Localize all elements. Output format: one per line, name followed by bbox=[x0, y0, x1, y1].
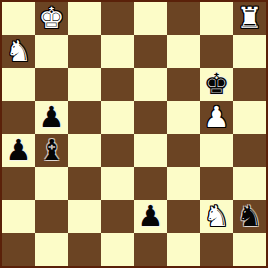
square-d6[interactable] bbox=[101, 68, 134, 101]
square-a7[interactable]: ♞ bbox=[2, 35, 35, 68]
square-h6[interactable] bbox=[233, 68, 266, 101]
square-f1[interactable] bbox=[167, 233, 200, 266]
square-b1[interactable] bbox=[35, 233, 68, 266]
square-h7[interactable] bbox=[233, 35, 266, 68]
square-b2[interactable] bbox=[35, 200, 68, 233]
square-f8[interactable] bbox=[167, 2, 200, 35]
square-a4[interactable]: ♟ bbox=[2, 134, 35, 167]
square-g2[interactable]: ♞ bbox=[200, 200, 233, 233]
square-g5[interactable]: ♟ bbox=[200, 101, 233, 134]
square-b3[interactable] bbox=[35, 167, 68, 200]
square-h8[interactable]: ♜ bbox=[233, 2, 266, 35]
square-g3[interactable] bbox=[200, 167, 233, 200]
chess-board-frame: ♚♜♞♚♟♟♟♝♟♞♞ bbox=[0, 0, 268, 268]
square-h5[interactable] bbox=[233, 101, 266, 134]
square-d4[interactable] bbox=[101, 134, 134, 167]
square-e1[interactable] bbox=[134, 233, 167, 266]
square-a1[interactable] bbox=[2, 233, 35, 266]
white-knight[interactable]: ♞ bbox=[204, 200, 230, 233]
square-g1[interactable] bbox=[200, 233, 233, 266]
black-king[interactable]: ♚ bbox=[204, 68, 230, 101]
square-f5[interactable] bbox=[167, 101, 200, 134]
square-b5[interactable]: ♟ bbox=[35, 101, 68, 134]
square-f7[interactable] bbox=[167, 35, 200, 68]
white-rook[interactable]: ♜ bbox=[237, 2, 263, 35]
chess-board: ♚♜♞♚♟♟♟♝♟♞♞ bbox=[2, 2, 266, 266]
black-pawn[interactable]: ♟ bbox=[138, 200, 164, 233]
square-a8[interactable] bbox=[2, 2, 35, 35]
square-f6[interactable] bbox=[167, 68, 200, 101]
square-h2[interactable]: ♞ bbox=[233, 200, 266, 233]
square-f2[interactable] bbox=[167, 200, 200, 233]
square-g7[interactable] bbox=[200, 35, 233, 68]
black-pawn[interactable]: ♟ bbox=[6, 134, 32, 167]
square-e4[interactable] bbox=[134, 134, 167, 167]
square-f4[interactable] bbox=[167, 134, 200, 167]
square-e6[interactable] bbox=[134, 68, 167, 101]
square-d2[interactable] bbox=[101, 200, 134, 233]
square-c8[interactable] bbox=[68, 2, 101, 35]
square-f3[interactable] bbox=[167, 167, 200, 200]
square-g4[interactable] bbox=[200, 134, 233, 167]
square-g6[interactable]: ♚ bbox=[200, 68, 233, 101]
square-a6[interactable] bbox=[2, 68, 35, 101]
square-c2[interactable] bbox=[68, 200, 101, 233]
square-h1[interactable] bbox=[233, 233, 266, 266]
square-b8[interactable]: ♚ bbox=[35, 2, 68, 35]
square-h4[interactable] bbox=[233, 134, 266, 167]
square-d3[interactable] bbox=[101, 167, 134, 200]
square-a5[interactable] bbox=[2, 101, 35, 134]
square-e3[interactable] bbox=[134, 167, 167, 200]
square-b4[interactable]: ♝ bbox=[35, 134, 68, 167]
square-b7[interactable] bbox=[35, 35, 68, 68]
square-e7[interactable] bbox=[134, 35, 167, 68]
square-b6[interactable] bbox=[35, 68, 68, 101]
square-e5[interactable] bbox=[134, 101, 167, 134]
square-c3[interactable] bbox=[68, 167, 101, 200]
white-pawn[interactable]: ♟ bbox=[204, 101, 230, 134]
square-c5[interactable] bbox=[68, 101, 101, 134]
square-e8[interactable] bbox=[134, 2, 167, 35]
square-c4[interactable] bbox=[68, 134, 101, 167]
square-e2[interactable]: ♟ bbox=[134, 200, 167, 233]
square-d1[interactable] bbox=[101, 233, 134, 266]
square-c7[interactable] bbox=[68, 35, 101, 68]
square-g8[interactable] bbox=[200, 2, 233, 35]
white-knight[interactable]: ♞ bbox=[6, 35, 32, 68]
square-h3[interactable] bbox=[233, 167, 266, 200]
square-c1[interactable] bbox=[68, 233, 101, 266]
white-king[interactable]: ♚ bbox=[39, 2, 65, 35]
square-a2[interactable] bbox=[2, 200, 35, 233]
black-bishop[interactable]: ♝ bbox=[39, 134, 65, 167]
square-d7[interactable] bbox=[101, 35, 134, 68]
square-d5[interactable] bbox=[101, 101, 134, 134]
black-knight[interactable]: ♞ bbox=[237, 200, 263, 233]
square-a3[interactable] bbox=[2, 167, 35, 200]
square-c6[interactable] bbox=[68, 68, 101, 101]
square-d8[interactable] bbox=[101, 2, 134, 35]
black-pawn[interactable]: ♟ bbox=[39, 101, 65, 134]
